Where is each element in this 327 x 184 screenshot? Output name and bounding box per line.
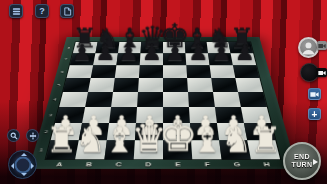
- square-d5[interactable]: [138, 78, 163, 92]
- zoom-button[interactable]: [7, 129, 20, 142]
- square-h1[interactable]: ♜: [247, 140, 280, 159]
- square-e6[interactable]: [163, 65, 187, 78]
- square-h6[interactable]: [233, 65, 260, 78]
- avatar-camera-chip[interactable]: [317, 41, 327, 50]
- file-label-g: G: [222, 159, 253, 169]
- question-mark-icon: ?: [39, 6, 45, 16]
- square-g6[interactable]: [210, 65, 236, 78]
- square-d4[interactable]: [137, 92, 163, 107]
- right-arrow-icon: [313, 159, 318, 165]
- video-camera-icon: [318, 43, 326, 49]
- square-a6[interactable]: [67, 65, 94, 78]
- joystick-up-arrow-icon: [21, 153, 27, 156]
- hamburger-icon: [12, 7, 21, 16]
- square-e7[interactable]: ♟: [163, 53, 186, 65]
- square-g5[interactable]: [211, 78, 238, 92]
- chess-board-squares: ♜♞♝♛♚♝♞♜♟♟♟♟♟♟♟♟♟♟♟♟♟♟♟♟♜♞♝♛♚♝♞♜: [46, 42, 280, 159]
- square-b7[interactable]: ♟: [93, 53, 118, 65]
- piece-black-pawn[interactable]: ♟: [165, 42, 185, 64]
- joystick-left-arrow-icon: [11, 163, 14, 169]
- pan-button[interactable]: [26, 129, 39, 142]
- file-label-d: D: [133, 159, 163, 169]
- square-c6[interactable]: [115, 65, 140, 78]
- chess-board: ♜♞♝♛♚♝♞♜♟♟♟♟♟♟♟♟♟♟♟♟♟♟♟♟♜♞♝♛♚♝♞♜ ABCDEFG…: [29, 37, 297, 169]
- rank-label-4: 4: [47, 92, 63, 107]
- square-c7[interactable]: ♟: [116, 53, 140, 65]
- square-h5[interactable]: [235, 78, 263, 92]
- square-h4[interactable]: [238, 92, 267, 107]
- video-camera-switch-icon: [310, 91, 319, 98]
- square-a5[interactable]: [63, 78, 91, 92]
- square-b4[interactable]: [85, 92, 113, 107]
- end-turn-button[interactable]: END TURN: [283, 142, 321, 180]
- square-a7[interactable]: ♟: [70, 53, 96, 65]
- joystick-ring: [14, 156, 31, 173]
- camera-switch-button[interactable]: [308, 88, 321, 100]
- square-d6[interactable]: [139, 65, 163, 78]
- square-h7[interactable]: ♟: [231, 53, 257, 65]
- square-d7[interactable]: ♟: [140, 53, 163, 65]
- piece-black-pawn[interactable]: ♟: [141, 42, 161, 64]
- square-a4[interactable]: [59, 92, 88, 107]
- square-e5[interactable]: [163, 78, 188, 92]
- help-button[interactable]: ?: [35, 4, 49, 18]
- joystick-down-arrow-icon: [21, 173, 27, 176]
- add-button[interactable]: +: [308, 108, 321, 120]
- square-f6[interactable]: [186, 65, 211, 78]
- player-avatar-button[interactable]: [298, 37, 319, 58]
- square-g4[interactable]: [213, 92, 241, 107]
- camera-joystick[interactable]: [8, 150, 37, 179]
- piece-black-pawn[interactable]: ♟: [95, 42, 115, 64]
- magnifier-icon: [10, 132, 18, 140]
- piece-black-pawn[interactable]: ♟: [234, 42, 254, 64]
- video-camera-icon: [318, 70, 326, 76]
- end-turn-label-line1: END: [294, 153, 310, 161]
- piece-black-pawn[interactable]: ♟: [211, 42, 231, 64]
- piece-white-knight[interactable]: ♞: [220, 123, 251, 158]
- moves-button[interactable]: [60, 4, 74, 18]
- piece-white-rook[interactable]: ♜: [45, 123, 76, 158]
- move-arrows-icon: [29, 132, 37, 140]
- piece-black-pawn[interactable]: ♟: [118, 42, 138, 64]
- piece-black-pawn[interactable]: ♟: [188, 42, 208, 64]
- file-label-b: B: [73, 159, 104, 169]
- piece-black-pawn[interactable]: ♟: [72, 42, 92, 64]
- piece-white-rook[interactable]: ♜: [249, 123, 280, 158]
- square-e4[interactable]: [163, 92, 189, 107]
- square-e1[interactable]: ♚: [163, 140, 192, 159]
- file-labels: ABCDEFGH: [43, 159, 282, 169]
- square-c5[interactable]: [113, 78, 139, 92]
- person-icon: [300, 39, 317, 56]
- piece-white-bishop[interactable]: ♝: [191, 123, 222, 158]
- square-f7[interactable]: ♟: [186, 53, 210, 65]
- file-label-h: H: [251, 159, 283, 169]
- menu-button[interactable]: [9, 4, 23, 18]
- plus-icon: +: [312, 109, 318, 120]
- square-c4[interactable]: [111, 92, 138, 107]
- document-icon: [63, 7, 72, 16]
- file-label-e: E: [163, 159, 193, 169]
- square-a1[interactable]: ♜: [46, 140, 79, 159]
- square-f4[interactable]: [188, 92, 215, 107]
- end-turn-label-line2: TURN: [291, 161, 312, 169]
- stage-background: ♜♞♝♛♚♝♞♜♟♟♟♟♟♟♟♟♟♟♟♟♟♟♟♟♜♞♝♛♚♝♞♜ ABCDEFG…: [0, 0, 327, 184]
- square-f5[interactable]: [187, 78, 213, 92]
- square-b5[interactable]: [88, 78, 115, 92]
- file-label-f: F: [192, 159, 223, 169]
- square-b6[interactable]: [91, 65, 117, 78]
- piece-white-knight[interactable]: ♞: [74, 123, 105, 158]
- file-label-c: C: [103, 159, 134, 169]
- square-g1[interactable]: ♞: [219, 140, 251, 159]
- square-f1[interactable]: ♝: [191, 140, 221, 159]
- file-label-a: A: [43, 159, 75, 169]
- square-b1[interactable]: ♞: [75, 140, 107, 159]
- square-g7[interactable]: ♟: [208, 53, 233, 65]
- joystick-right-arrow-icon: [31, 163, 34, 169]
- camera-chip[interactable]: [316, 68, 327, 77]
